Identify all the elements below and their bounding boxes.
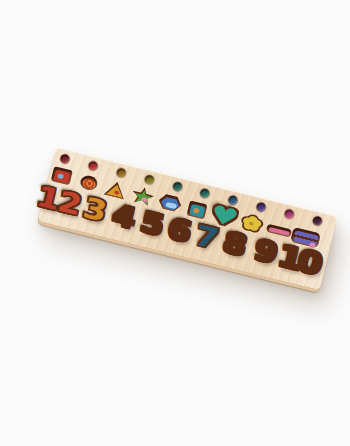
board-rotation-wrapper: ♥ 12345678910 <box>38 147 338 290</box>
number-piece-7[interactable]: 7 <box>192 221 221 254</box>
number-piece-4[interactable]: 4 <box>110 200 139 233</box>
numbers-row: 12345678910 <box>38 148 338 290</box>
number-piece-5[interactable]: 5 <box>138 207 167 240</box>
number-piece-10[interactable]: 10 <box>275 240 321 278</box>
number-piece-3[interactable]: 3 <box>81 193 110 226</box>
product-photo-canvas: ♥ 12345678910 <box>0 0 350 446</box>
number-piece-8[interactable]: 8 <box>220 228 249 261</box>
number-piece-2[interactable]: 2 <box>55 187 84 220</box>
puzzle-board: ♥ 12345678910 <box>38 147 338 290</box>
number-piece-6[interactable]: 6 <box>165 214 194 247</box>
